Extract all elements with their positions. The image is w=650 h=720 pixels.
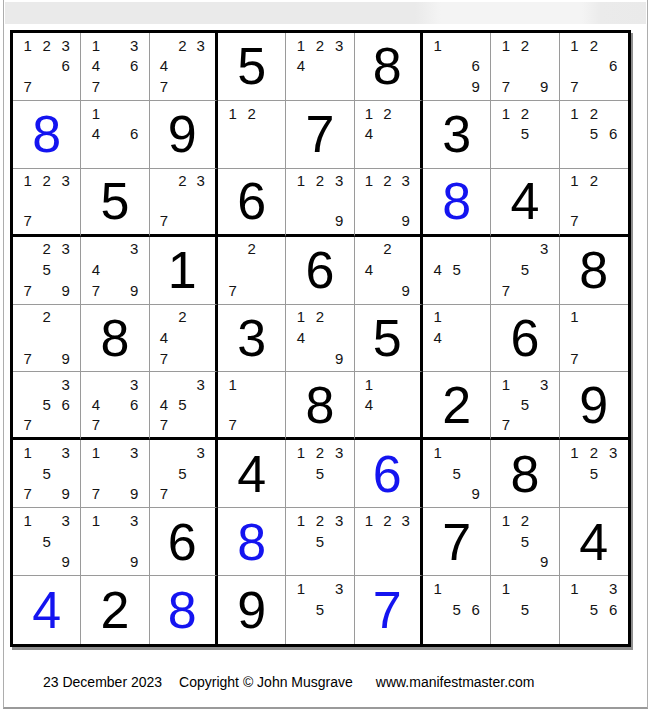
candidate-4: 4: [291, 327, 310, 348]
cell-r7c5[interactable]: 1235: [286, 440, 354, 508]
cell-r2c5[interactable]: 7: [286, 101, 354, 169]
candidate-6: 6: [466, 599, 485, 620]
candidate-2: 2: [584, 35, 603, 56]
cell-r9c7[interactable]: 156: [423, 576, 491, 644]
cell-r3c2[interactable]: 5: [81, 169, 149, 237]
candidate-9: 9: [56, 348, 75, 369]
candidate-2: 2: [37, 307, 56, 328]
candidate-2: 2: [378, 510, 396, 531]
candidate-3: 3: [56, 239, 75, 260]
candidate-7: 7: [86, 484, 105, 505]
cell-r6c1[interactable]: 3567: [13, 372, 81, 440]
cell-r7c9[interactable]: 1235: [560, 440, 628, 508]
cell-r6c8[interactable]: 1357: [491, 372, 559, 440]
candidate-1: 1: [496, 374, 515, 394]
candidate-7: 7: [223, 414, 242, 434]
pencil-marks: 45: [428, 239, 485, 301]
pencil-marks: 1256: [565, 103, 623, 165]
entered-digit: 4: [13, 576, 80, 644]
cell-r9c1[interactable]: 4: [13, 576, 81, 644]
candidate-7: 7: [155, 76, 173, 97]
candidate-7: 7: [223, 280, 242, 301]
cell-r1c4[interactable]: 5: [218, 33, 286, 101]
candidate-9: 9: [535, 76, 554, 97]
candidate-9: 9: [466, 484, 485, 505]
pencil-marks: 159: [428, 442, 485, 504]
cell-r7c7[interactable]: 159: [423, 440, 491, 508]
candidate-7: 7: [18, 348, 37, 369]
cell-r4c9[interactable]: 8: [560, 237, 628, 305]
candidate-3: 3: [125, 442, 144, 463]
candidate-3: 3: [192, 171, 210, 191]
candidate-2: 2: [242, 103, 261, 124]
cell-r2c7[interactable]: 3: [423, 101, 491, 169]
candidate-2: 2: [584, 171, 603, 191]
candidate-5: 5: [515, 124, 534, 145]
cell-r6c7[interactable]: 2: [423, 372, 491, 440]
pencil-marks: 15: [496, 578, 553, 641]
candidate-9: 9: [125, 484, 144, 505]
candidate-1: 1: [565, 103, 584, 124]
pencil-marks: 247: [155, 307, 210, 369]
candidate-4: 4: [428, 327, 447, 348]
cell-r4c6[interactable]: 249: [355, 237, 423, 305]
pencil-marks: 1235: [291, 442, 348, 504]
cell-r2c9[interactable]: 1256: [560, 101, 628, 169]
candidate-3: 3: [330, 171, 349, 191]
candidate-1: 1: [496, 103, 515, 124]
given-digit: 3: [423, 101, 490, 168]
cell-r3c1[interactable]: 1237: [13, 169, 81, 237]
candidate-4: 4: [86, 56, 105, 77]
cell-r1c3[interactable]: 2347: [150, 33, 218, 101]
candidate-3: 3: [56, 35, 75, 56]
cell-r8c5[interactable]: 1235: [286, 508, 354, 576]
candidate-1: 1: [496, 35, 515, 56]
candidate-3: 3: [330, 442, 349, 463]
given-digit: 8: [286, 372, 353, 437]
given-digit: 9: [560, 372, 628, 437]
cell-r6c3[interactable]: 3457: [150, 372, 218, 440]
cell-r2c2[interactable]: 146: [81, 101, 149, 169]
pencil-marks: 279: [18, 307, 75, 369]
given-digit: 2: [81, 576, 148, 644]
candidate-9: 9: [397, 280, 415, 301]
cell-r5c7[interactable]: 14: [423, 305, 491, 373]
pencil-marks: 27: [223, 239, 280, 301]
entered-digit: 8: [13, 101, 80, 168]
candidate-4: 4: [155, 327, 173, 348]
candidate-5: 5: [447, 599, 466, 620]
footer-copyright: Copyright © John Musgrave: [179, 674, 353, 690]
pencil-marks: 17: [565, 307, 623, 369]
candidate-9: 9: [56, 280, 75, 301]
candidate-3: 3: [397, 171, 415, 191]
candidate-1: 1: [18, 510, 37, 531]
cell-r1c1[interactable]: 12367: [13, 33, 81, 101]
cell-r8c3[interactable]: 6: [150, 508, 218, 576]
candidate-1: 1: [428, 442, 447, 463]
pencil-marks: 1357: [496, 374, 553, 434]
candidate-6: 6: [125, 56, 144, 77]
candidate-3: 3: [56, 171, 75, 191]
pencil-marks: 249: [360, 239, 415, 301]
candidate-5: 5: [447, 259, 466, 280]
candidate-2: 2: [173, 171, 191, 191]
cell-r4c2[interactable]: 3479: [81, 237, 149, 305]
candidate-6: 6: [604, 124, 623, 145]
cell-r1c6[interactable]: 8: [355, 33, 423, 101]
candidate-3: 3: [125, 374, 144, 394]
candidate-7: 7: [18, 414, 37, 434]
candidate-3: 3: [125, 510, 144, 531]
cell-r7c4[interactable]: 4: [218, 440, 286, 508]
pencil-marks: 125: [496, 103, 553, 165]
candidate-4: 4: [86, 394, 105, 414]
candidate-4: 4: [428, 259, 447, 280]
cell-r5c1[interactable]: 279: [13, 305, 81, 373]
cell-r3c5[interactable]: 1239: [286, 169, 354, 237]
candidate-1: 1: [86, 510, 105, 531]
candidate-3: 3: [125, 35, 144, 56]
candidate-4: 4: [291, 56, 310, 77]
cell-r8c7[interactable]: 7: [423, 508, 491, 576]
candidate-7: 7: [18, 76, 37, 97]
cell-r5c8[interactable]: 6: [491, 305, 559, 373]
candidate-7: 7: [565, 348, 584, 369]
candidate-3: 3: [604, 442, 623, 463]
candidate-5: 5: [515, 599, 534, 620]
candidate-5: 5: [37, 531, 56, 552]
cell-r7c2[interactable]: 1379: [81, 440, 149, 508]
candidate-4: 4: [155, 394, 173, 414]
cell-r6c9[interactable]: 9: [560, 372, 628, 440]
footer: 23 December 2023Copyright © John Musgrav…: [43, 674, 535, 690]
cell-r9c3[interactable]: 8: [150, 576, 218, 644]
cell-r6c4[interactable]: 17: [218, 372, 286, 440]
candidate-9: 9: [466, 76, 485, 97]
candidate-9: 9: [56, 484, 75, 505]
pencil-marks: 13579: [18, 442, 75, 504]
candidate-5: 5: [310, 463, 329, 484]
candidate-9: 9: [397, 211, 415, 231]
candidate-5: 5: [37, 259, 56, 280]
cell-r9c4[interactable]: 9: [218, 576, 286, 644]
candidate-1: 1: [565, 171, 584, 191]
pencil-marks: 3479: [86, 239, 143, 301]
candidate-2: 2: [378, 103, 396, 124]
pencil-marks: 12367: [18, 35, 75, 97]
cell-r1c7[interactable]: 169: [423, 33, 491, 101]
cell-r8c4[interactable]: 8: [218, 508, 286, 576]
cell-r5c5[interactable]: 1249: [286, 305, 354, 373]
cell-r9c8[interactable]: 15: [491, 576, 559, 644]
candidate-2: 2: [37, 239, 56, 260]
candidate-2: 2: [173, 35, 191, 56]
cell-r7c6[interactable]: 6: [355, 440, 423, 508]
given-digit: 6: [150, 508, 215, 575]
candidate-5: 5: [515, 531, 534, 552]
candidate-7: 7: [155, 484, 173, 505]
candidate-6: 6: [56, 394, 75, 414]
pencil-marks: 1239: [360, 171, 415, 231]
candidate-5: 5: [447, 463, 466, 484]
candidate-7: 7: [496, 76, 515, 97]
candidate-9: 9: [56, 551, 75, 572]
candidate-5: 5: [515, 259, 534, 280]
candidate-7: 7: [155, 348, 173, 369]
cell-r7c3[interactable]: 357: [150, 440, 218, 508]
cell-r4c4[interactable]: 27: [218, 237, 286, 305]
cell-r2c3[interactable]: 9: [150, 101, 218, 169]
cell-r3c8[interactable]: 4: [491, 169, 559, 237]
candidate-1: 1: [360, 510, 378, 531]
candidate-1: 1: [86, 35, 105, 56]
given-digit: 3: [218, 305, 285, 372]
cell-r7c8[interactable]: 8: [491, 440, 559, 508]
candidate-5: 5: [37, 394, 56, 414]
pencil-marks: 1235: [565, 442, 623, 504]
given-digit: 5: [81, 169, 148, 234]
candidate-1: 1: [223, 103, 242, 124]
pencil-marks: 1249: [291, 307, 348, 369]
pencil-marks: 1239: [291, 171, 348, 231]
candidate-7: 7: [86, 280, 105, 301]
given-digit: 8: [81, 305, 148, 372]
cell-r9c6[interactable]: 7: [355, 576, 423, 644]
candidate-2: 2: [310, 442, 329, 463]
candidate-1: 1: [18, 442, 37, 463]
candidate-5: 5: [173, 463, 191, 484]
cell-r6c6[interactable]: 14: [355, 372, 423, 440]
candidate-2: 2: [310, 35, 329, 56]
candidate-9: 9: [125, 551, 144, 572]
candidate-2: 2: [310, 171, 329, 191]
candidate-1: 1: [291, 510, 310, 531]
cell-r1c9[interactable]: 1267: [560, 33, 628, 101]
candidate-3: 3: [330, 35, 349, 56]
cell-r8c9[interactable]: 4: [560, 508, 628, 576]
given-digit: 4: [491, 169, 558, 234]
cell-r1c2[interactable]: 13467: [81, 33, 149, 101]
candidate-7: 7: [155, 211, 173, 231]
candidate-3: 3: [56, 374, 75, 394]
candidate-3: 3: [192, 442, 210, 463]
candidate-9: 9: [535, 551, 554, 572]
cell-r6c5[interactable]: 8: [286, 372, 354, 440]
pencil-marks: 1359: [18, 510, 75, 572]
candidate-7: 7: [496, 414, 515, 434]
cell-r4c8[interactable]: 357: [491, 237, 559, 305]
cell-r9c5[interactable]: 135: [286, 576, 354, 644]
candidate-6: 6: [125, 394, 144, 414]
candidate-1: 1: [291, 35, 310, 56]
cell-r4c3[interactable]: 1: [150, 237, 218, 305]
pencil-marks: 14: [428, 307, 485, 369]
cell-r2c4[interactable]: 12: [218, 101, 286, 169]
candidate-1: 1: [223, 374, 242, 394]
candidate-1: 1: [360, 374, 378, 394]
pencil-marks: 127: [565, 171, 623, 231]
pencil-marks: 1234: [291, 35, 348, 97]
cell-r3c4[interactable]: 6: [218, 169, 286, 237]
candidate-9: 9: [330, 348, 349, 369]
cell-r8c8[interactable]: 1259: [491, 508, 559, 576]
entered-digit: 8: [150, 576, 215, 644]
cell-r3c3[interactable]: 237: [150, 169, 218, 237]
candidate-5: 5: [310, 531, 329, 552]
entered-digit: 8: [218, 508, 285, 575]
cell-r3c9[interactable]: 127: [560, 169, 628, 237]
candidate-5: 5: [515, 394, 534, 414]
candidate-2: 2: [515, 510, 534, 531]
candidate-2: 2: [173, 307, 191, 328]
entered-digit: 6: [355, 440, 420, 507]
candidate-4: 4: [155, 56, 173, 77]
candidate-6: 6: [604, 599, 623, 620]
candidate-1: 1: [565, 442, 584, 463]
candidate-5: 5: [584, 599, 603, 620]
cell-r1c8[interactable]: 1279: [491, 33, 559, 101]
candidate-1: 1: [291, 171, 310, 191]
candidate-6: 6: [466, 56, 485, 77]
pencil-marks: 357: [496, 239, 553, 301]
candidate-7: 7: [18, 211, 37, 231]
sudoku-grid: 1236713467234751234816912791267814691271…: [10, 30, 631, 647]
given-digit: 8: [560, 237, 628, 304]
given-digit: 6: [218, 169, 285, 234]
pencil-marks: 139: [86, 510, 143, 572]
given-digit: 8: [491, 440, 558, 507]
cell-r2c6[interactable]: 124: [355, 101, 423, 169]
pencil-marks: 2347: [155, 35, 210, 97]
cell-r6c2[interactable]: 3467: [81, 372, 149, 440]
cell-r9c2[interactable]: 2: [81, 576, 149, 644]
candidate-4: 4: [360, 394, 378, 414]
pencil-marks: 13467: [86, 35, 143, 97]
candidate-7: 7: [565, 211, 584, 231]
cell-r1c5[interactable]: 1234: [286, 33, 354, 101]
candidate-1: 1: [291, 442, 310, 463]
candidate-1: 1: [291, 578, 310, 599]
candidate-1: 1: [86, 103, 105, 124]
pencil-marks: 135: [291, 578, 348, 641]
candidate-5: 5: [310, 599, 329, 620]
candidate-1: 1: [428, 578, 447, 599]
candidate-1: 1: [86, 442, 105, 463]
candidate-3: 3: [330, 578, 349, 599]
cell-r5c2[interactable]: 8: [81, 305, 149, 373]
candidate-1: 1: [18, 35, 37, 56]
cell-r8c6[interactable]: 123: [355, 508, 423, 576]
given-digit: 5: [218, 33, 285, 100]
candidate-5: 5: [173, 394, 191, 414]
candidate-4: 4: [360, 259, 378, 280]
given-digit: 7: [286, 101, 353, 168]
candidate-4: 4: [86, 259, 105, 280]
cell-r7c1[interactable]: 13579: [13, 440, 81, 508]
candidate-1: 1: [565, 307, 584, 328]
cell-r3c7[interactable]: 8: [423, 169, 491, 237]
pencil-marks: 169: [428, 35, 485, 97]
cell-r4c7[interactable]: 45: [423, 237, 491, 305]
cell-r8c1[interactable]: 1359: [13, 508, 81, 576]
pencil-marks: 3567: [18, 374, 75, 434]
candidate-1: 1: [428, 307, 447, 328]
candidate-2: 2: [584, 103, 603, 124]
candidate-6: 6: [604, 56, 623, 77]
top-bar: [5, 2, 646, 24]
candidate-1: 1: [428, 35, 447, 56]
candidate-2: 2: [515, 103, 534, 124]
pencil-marks: 1279: [496, 35, 553, 97]
candidate-1: 1: [291, 307, 310, 328]
candidate-3: 3: [192, 35, 210, 56]
cell-r5c3[interactable]: 247: [150, 305, 218, 373]
cell-r5c6[interactable]: 5: [355, 305, 423, 373]
given-digit: 2: [423, 372, 490, 437]
candidate-4: 4: [86, 124, 105, 145]
candidate-9: 9: [330, 211, 349, 231]
given-digit: 8: [355, 33, 420, 100]
pencil-marks: 1267: [565, 35, 623, 97]
given-digit: 1: [150, 237, 215, 304]
given-digit: 5: [355, 305, 420, 372]
candidate-5: 5: [37, 463, 56, 484]
cell-r3c6[interactable]: 1239: [355, 169, 423, 237]
cell-r4c1[interactable]: 23579: [13, 237, 81, 305]
pencil-marks: 14: [360, 374, 415, 434]
candidate-7: 7: [18, 280, 37, 301]
candidate-2: 2: [310, 510, 329, 531]
pencil-marks: 1356: [565, 578, 623, 641]
pencil-marks: 357: [155, 442, 210, 504]
pencil-marks: 1259: [496, 510, 553, 572]
candidate-7: 7: [86, 76, 105, 97]
candidate-3: 3: [604, 578, 623, 599]
pencil-marks: 12: [223, 103, 280, 165]
candidate-7: 7: [565, 76, 584, 97]
candidate-2: 2: [310, 307, 329, 328]
candidate-7: 7: [18, 484, 37, 505]
given-digit: 4: [218, 440, 285, 507]
pencil-marks: 124: [360, 103, 415, 165]
cell-r5c9[interactable]: 17: [560, 305, 628, 373]
candidate-3: 3: [330, 510, 349, 531]
pencil-marks: 3457: [155, 374, 210, 434]
candidate-2: 2: [584, 442, 603, 463]
candidate-1: 1: [565, 35, 584, 56]
candidate-7: 7: [155, 414, 173, 434]
candidate-6: 6: [125, 124, 144, 145]
cell-r5c4[interactable]: 3: [218, 305, 286, 373]
candidate-3: 3: [535, 239, 554, 260]
cell-r4c5[interactable]: 6: [286, 237, 354, 305]
pencil-marks: 17: [223, 374, 280, 434]
cell-r8c2[interactable]: 139: [81, 508, 149, 576]
cell-r9c9[interactable]: 1356: [560, 576, 628, 644]
candidate-2: 2: [37, 35, 56, 56]
cell-r2c1[interactable]: 8: [13, 101, 81, 169]
given-digit: 4: [560, 508, 628, 575]
given-digit: 9: [218, 576, 285, 644]
pencil-marks: 1379: [86, 442, 143, 504]
pencil-marks: 1237: [18, 171, 75, 231]
given-digit: 6: [491, 305, 558, 372]
cell-r2c8[interactable]: 125: [491, 101, 559, 169]
candidate-1: 1: [565, 578, 584, 599]
candidate-1: 1: [360, 171, 378, 191]
